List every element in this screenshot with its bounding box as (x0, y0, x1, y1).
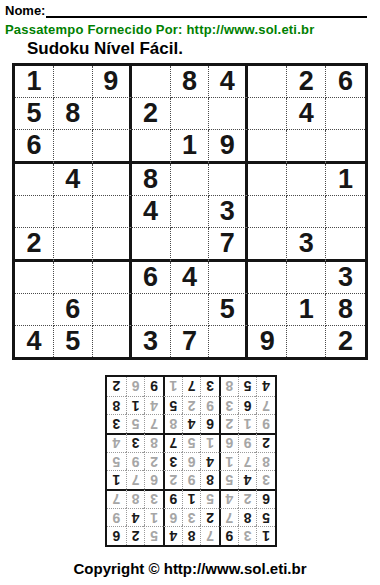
puzzle-cell-r9c2: 5 (54, 326, 93, 357)
solution-cell-r8c3: 3 (219, 396, 238, 415)
solution-cell-r3c5: 1 (182, 489, 201, 508)
puzzle-cell-r3c2 (54, 130, 93, 164)
puzzle-cell-r3c5: 1 (171, 130, 210, 164)
solution-cell-r5c1: 8 (256, 452, 275, 471)
solution-cell-r7c8: 5 (126, 414, 145, 433)
puzzle-cell-r6c4 (132, 228, 171, 262)
puzzle-cell-r7c4: 6 (132, 262, 171, 294)
solution-cell-r2c4: 2 (200, 508, 219, 527)
puzzle-cell-r6c7 (248, 228, 287, 262)
puzzle-cell-r8c6: 5 (209, 294, 248, 326)
solution-cell-r4c8: 7 (126, 470, 145, 489)
puzzle-cell-r3c6: 9 (209, 130, 248, 164)
puzzle-cell-r2c4: 2 (132, 98, 171, 130)
solution-cell-r6c3: 6 (219, 433, 238, 452)
puzzle-cell-r7c1 (15, 262, 54, 294)
solution-cell-r4c3: 5 (219, 470, 238, 489)
puzzle-cell-r8c3 (93, 294, 132, 326)
solution-cell-r6c1: 2 (256, 433, 275, 452)
solution-cell-r3c3: 4 (219, 489, 238, 508)
solution-cell-r2c7: 1 (144, 508, 163, 527)
solution-cell-r5c6: 3 (163, 452, 182, 471)
puzzle-cell-r1c3: 9 (93, 66, 132, 98)
solution-cell-r4c5: 9 (182, 470, 201, 489)
solution-cell-r1c7: 5 (144, 526, 163, 545)
puzzle-cell-r5c9 (326, 196, 365, 228)
puzzle-cell-r9c3 (93, 326, 132, 357)
solution-cell-r3c4: 5 (200, 489, 219, 508)
solution-cell-r3c6: 9 (163, 489, 182, 508)
solution-cell-r1c6: 4 (163, 526, 182, 545)
sudoku-solution-grid-rotated: 1397845265872361496245193873458926718714… (105, 375, 277, 547)
provided-by-text: Passatempo Fornecido Por: http://www.sol… (5, 22, 314, 37)
solution-cell-r7c7: 7 (144, 414, 163, 433)
puzzle-cell-r8c2: 6 (54, 294, 93, 326)
name-row: Nome: (5, 3, 367, 18)
puzzle-cell-r4c5 (171, 164, 210, 196)
puzzle-cell-r7c8 (287, 262, 326, 294)
solution-cell-r5c7: 2 (144, 452, 163, 471)
puzzle-cell-r3c9 (326, 130, 365, 164)
solution-cell-r4c7: 6 (144, 470, 163, 489)
puzzle-cell-r8c4 (132, 294, 171, 326)
solution-cell-r5c2: 7 (238, 452, 257, 471)
copyright-text: Copyright © http://www.sol.eti.br (0, 560, 380, 577)
puzzle-cell-r9c8 (287, 326, 326, 357)
puzzle-cell-r7c3 (93, 262, 132, 294)
solution-cell-r4c4: 8 (200, 470, 219, 489)
puzzle-cell-r4c2: 4 (54, 164, 93, 196)
puzzle-cell-r8c5 (171, 294, 210, 326)
solution-cell-r1c4: 7 (200, 526, 219, 545)
puzzle-cell-r7c6 (209, 262, 248, 294)
solution-cell-r3c1: 6 (256, 489, 275, 508)
puzzle-cell-r5c2 (54, 196, 93, 228)
solution-cell-r7c9: 3 (107, 414, 126, 433)
puzzle-cell-r3c7 (248, 130, 287, 164)
solution-cell-r4c9: 1 (107, 470, 126, 489)
solution-cell-r2c1: 5 (256, 508, 275, 527)
puzzle-cell-r9c6 (209, 326, 248, 357)
puzzle-cell-r7c7 (248, 262, 287, 294)
puzzle-cell-r6c8: 3 (287, 228, 326, 262)
puzzle-cell-r7c2 (54, 262, 93, 294)
puzzle-cell-r5c1 (15, 196, 54, 228)
solution-cell-r5c3: 1 (219, 452, 238, 471)
puzzle-cell-r2c6 (209, 98, 248, 130)
solution-cell-r4c1: 3 (256, 470, 275, 489)
puzzle-cell-r2c7 (248, 98, 287, 130)
puzzle-cell-r9c9: 2 (326, 326, 365, 357)
puzzle-cell-r1c2 (54, 66, 93, 98)
puzzle-cell-r5c8 (287, 196, 326, 228)
solution-cell-r5c5: 6 (182, 452, 201, 471)
solution-cell-r1c1: 1 (256, 526, 275, 545)
puzzle-cell-r3c8 (287, 130, 326, 164)
solution-cell-r6c6: 7 (163, 433, 182, 452)
solution-cell-r7c5: 4 (182, 414, 201, 433)
puzzle-cell-r1c6: 4 (209, 66, 248, 98)
puzzle-cell-r6c1: 2 (15, 228, 54, 262)
puzzle-cell-r1c9: 6 (326, 66, 365, 98)
solution-cell-r7c2: 1 (238, 414, 257, 433)
puzzle-cell-r5c7 (248, 196, 287, 228)
name-fill-line (46, 3, 367, 18)
solution-cell-r6c8: 3 (126, 433, 145, 452)
puzzle-cell-r2c3 (93, 98, 132, 130)
puzzle-cell-r9c7: 9 (248, 326, 287, 357)
puzzle-cell-r9c1: 4 (15, 326, 54, 357)
solution-cell-r2c5: 3 (182, 508, 201, 527)
puzzle-cell-r4c1 (15, 164, 54, 196)
solution-cell-r1c5: 8 (182, 526, 201, 545)
solution-cell-r2c2: 8 (238, 508, 257, 527)
puzzle-cell-r4c8 (287, 164, 326, 196)
puzzle-cell-r2c1: 5 (15, 98, 54, 130)
puzzle-cell-r6c3 (93, 228, 132, 262)
sudoku-puzzle-grid: 1984265824619481432736436518453792 (12, 63, 368, 360)
puzzle-cell-r7c9: 3 (326, 262, 365, 294)
puzzle-cell-r2c9 (326, 98, 365, 130)
puzzle-cell-r5c6: 3 (209, 196, 248, 228)
puzzle-cell-r4c3 (93, 164, 132, 196)
page-title: Sudoku Nível Fácil. (27, 39, 183, 59)
puzzle-cell-r9c4: 3 (132, 326, 171, 357)
puzzle-cell-r8c9: 8 (326, 294, 365, 326)
solution-cell-r6c2: 9 (238, 433, 257, 452)
solution-cell-r8c1: 7 (256, 396, 275, 415)
solution-cell-r2c8: 4 (126, 508, 145, 527)
puzzle-cell-r2c8: 4 (287, 98, 326, 130)
puzzle-cell-r5c5 (171, 196, 210, 228)
solution-cell-r6c4: 1 (200, 433, 219, 452)
puzzle-cell-r3c1: 6 (15, 130, 54, 164)
puzzle-cell-r3c3 (93, 130, 132, 164)
solution-cell-r3c2: 2 (238, 489, 257, 508)
puzzle-cell-r9c5: 7 (171, 326, 210, 357)
solution-cell-r2c9: 9 (107, 508, 126, 527)
solution-cell-r9c4: 3 (200, 377, 219, 396)
solution-cell-r8c7: 4 (144, 396, 163, 415)
sudoku-sheet: Nome: Passatempo Fornecido Por: http://w… (0, 0, 380, 585)
solution-cell-r5c4: 4 (200, 452, 219, 471)
puzzle-cell-r5c4: 4 (132, 196, 171, 228)
puzzle-cell-r1c7 (248, 66, 287, 98)
puzzle-cell-r6c2 (54, 228, 93, 262)
puzzle-cell-r2c2: 8 (54, 98, 93, 130)
puzzle-cell-r5c3 (93, 196, 132, 228)
solution-cell-r9c5: 7 (182, 377, 201, 396)
solution-cell-r7c3: 2 (219, 414, 238, 433)
solution-cell-r9c1: 4 (256, 377, 275, 396)
solution-cell-r7c1: 9 (256, 414, 275, 433)
puzzle-cell-r4c7 (248, 164, 287, 196)
puzzle-cell-r1c1: 1 (15, 66, 54, 98)
puzzle-cell-r1c8: 2 (287, 66, 326, 98)
solution-cell-r8c4: 9 (200, 396, 219, 415)
solution-cell-r3c8: 8 (126, 489, 145, 508)
puzzle-cell-r6c5 (171, 228, 210, 262)
solution-cell-r9c9: 2 (107, 377, 126, 396)
puzzle-cell-r8c1 (15, 294, 54, 326)
solution-cell-r7c4: 6 (200, 414, 219, 433)
solution-cell-r3c7: 3 (144, 489, 163, 508)
solution-cell-r9c3: 8 (219, 377, 238, 396)
solution-cell-r8c8: 1 (126, 396, 145, 415)
puzzle-cell-r2c5 (171, 98, 210, 130)
puzzle-cell-r8c8: 1 (287, 294, 326, 326)
solution-cell-r5c9: 5 (107, 452, 126, 471)
puzzle-cell-r4c6 (209, 164, 248, 196)
solution-cell-r7c6: 8 (163, 414, 182, 433)
solution-cell-r9c7: 9 (144, 377, 163, 396)
puzzle-cell-r1c5: 8 (171, 66, 210, 98)
solution-cell-r8c6: 5 (163, 396, 182, 415)
solution-cell-r1c3: 9 (219, 526, 238, 545)
solution-cell-r9c8: 6 (126, 377, 145, 396)
puzzle-cell-r6c6: 7 (209, 228, 248, 262)
name-label: Nome: (5, 3, 45, 18)
solution-cell-r4c6: 2 (163, 470, 182, 489)
solution-cell-r8c5: 2 (182, 396, 201, 415)
solution-cell-r5c8: 9 (126, 452, 145, 471)
solution-cell-r9c6: 1 (163, 377, 182, 396)
solution-cell-r1c9: 6 (107, 526, 126, 545)
puzzle-cell-r8c7 (248, 294, 287, 326)
puzzle-cell-r1c4 (132, 66, 171, 98)
puzzle-cell-r6c9 (326, 228, 365, 262)
solution-cell-r6c9: 4 (107, 433, 126, 452)
solution-cell-r8c9: 8 (107, 396, 126, 415)
puzzle-cell-r4c4: 8 (132, 164, 171, 196)
solution-cell-r1c2: 3 (238, 526, 257, 545)
puzzle-cell-r7c5: 4 (171, 262, 210, 294)
solution-cell-r4c2: 4 (238, 470, 257, 489)
solution-cell-r1c8: 2 (126, 526, 145, 545)
solution-cell-r2c3: 7 (219, 508, 238, 527)
solution-cell-r3c9: 7 (107, 489, 126, 508)
solution-cell-r6c5: 5 (182, 433, 201, 452)
puzzle-cell-r4c9: 1 (326, 164, 365, 196)
solution-cell-r8c2: 6 (238, 396, 257, 415)
solution-cell-r9c2: 5 (238, 377, 257, 396)
solution-cell-r2c6: 6 (163, 508, 182, 527)
solution-cell-r6c7: 8 (144, 433, 163, 452)
puzzle-cell-r3c4 (132, 130, 171, 164)
